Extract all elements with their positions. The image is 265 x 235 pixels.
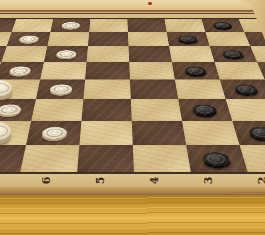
board-grid bbox=[0, 19, 265, 173]
top-rail-wood bbox=[0, 0, 265, 14]
piece-black-c3r1[interactable] bbox=[202, 152, 231, 165]
board-photo: 65432 bbox=[0, 0, 265, 235]
square-c6r4[interactable] bbox=[36, 79, 85, 98]
square-c3r1[interactable] bbox=[186, 145, 248, 173]
coordinate-label-6: 6 bbox=[39, 177, 52, 185]
square-c2r6[interactable] bbox=[210, 46, 257, 62]
square-c4r4[interactable] bbox=[130, 79, 178, 98]
square-c6r3[interactable] bbox=[31, 99, 83, 121]
piece-black-c2r2[interactable] bbox=[247, 127, 265, 139]
square-c3r2[interactable] bbox=[182, 121, 240, 146]
square-c7r3[interactable] bbox=[0, 99, 36, 121]
square-c5r4[interactable] bbox=[83, 79, 130, 98]
piece-white-c7r7[interactable] bbox=[19, 35, 40, 42]
square-c7r6[interactable] bbox=[1, 46, 47, 62]
piece-black-c2r4[interactable] bbox=[233, 84, 258, 93]
square-c2r7[interactable] bbox=[205, 32, 250, 46]
square-c3r3[interactable] bbox=[178, 99, 232, 121]
square-c5r7[interactable] bbox=[88, 32, 129, 46]
board-3d-wrap bbox=[0, 19, 265, 173]
square-c2r8[interactable] bbox=[201, 19, 244, 32]
square-c6r8[interactable] bbox=[50, 19, 90, 32]
square-c5r3[interactable] bbox=[82, 99, 132, 121]
square-c6r5[interactable] bbox=[40, 62, 86, 79]
square-c5r8[interactable] bbox=[89, 19, 128, 32]
coordinate-label-3: 3 bbox=[202, 177, 215, 185]
coordinate-label-4: 4 bbox=[148, 177, 161, 185]
red-paint-mark bbox=[148, 2, 152, 5]
square-c5r5[interactable] bbox=[85, 62, 130, 79]
coordinate-label-2: 2 bbox=[256, 177, 265, 185]
square-c4r6[interactable] bbox=[129, 46, 172, 62]
square-c3r6[interactable] bbox=[169, 46, 214, 62]
piece-white-c6r6[interactable] bbox=[56, 50, 77, 58]
piece-black-c3r5[interactable] bbox=[184, 66, 207, 74]
square-c3r7[interactable] bbox=[167, 32, 210, 46]
piece-black-c2r8[interactable] bbox=[212, 22, 232, 28]
piece-white-c7r5[interactable] bbox=[9, 66, 32, 74]
piece-white-c6r2[interactable] bbox=[41, 127, 67, 139]
square-c5r2[interactable] bbox=[79, 121, 132, 146]
piece-black-c3r7[interactable] bbox=[178, 35, 198, 42]
coordinate-label-5: 5 bbox=[93, 177, 106, 185]
square-c5r1[interactable] bbox=[77, 145, 134, 173]
piece-white-c7r3[interactable] bbox=[0, 104, 22, 114]
square-c4r1[interactable] bbox=[133, 145, 191, 173]
piece-black-c3r3[interactable] bbox=[192, 104, 218, 114]
square-c2r4[interactable] bbox=[220, 79, 265, 98]
square-c4r5[interactable] bbox=[129, 62, 175, 79]
square-c7r8[interactable] bbox=[12, 19, 54, 32]
table-surface bbox=[0, 195, 265, 235]
square-c4r3[interactable] bbox=[131, 99, 182, 121]
piece-white-c6r4[interactable] bbox=[49, 84, 72, 93]
square-c6r1[interactable] bbox=[20, 145, 79, 173]
square-c3r4[interactable] bbox=[175, 79, 226, 98]
square-c6r2[interactable] bbox=[26, 121, 82, 146]
square-c2r5[interactable] bbox=[214, 62, 264, 79]
square-c3r5[interactable] bbox=[172, 62, 220, 79]
piece-white-c6r8[interactable] bbox=[61, 22, 80, 28]
square-c7r5[interactable] bbox=[0, 62, 44, 79]
piece-black-c2r6[interactable] bbox=[222, 50, 244, 58]
square-c7r7[interactable] bbox=[7, 32, 51, 46]
square-c6r7[interactable] bbox=[47, 32, 89, 46]
square-c6r6[interactable] bbox=[44, 46, 88, 62]
square-c4r2[interactable] bbox=[132, 121, 186, 146]
square-c4r7[interactable] bbox=[128, 32, 169, 46]
square-c4r8[interactable] bbox=[127, 19, 166, 32]
square-c5r6[interactable] bbox=[87, 46, 130, 62]
square-c2r3[interactable] bbox=[226, 99, 265, 121]
square-c3r8[interactable] bbox=[164, 19, 205, 32]
